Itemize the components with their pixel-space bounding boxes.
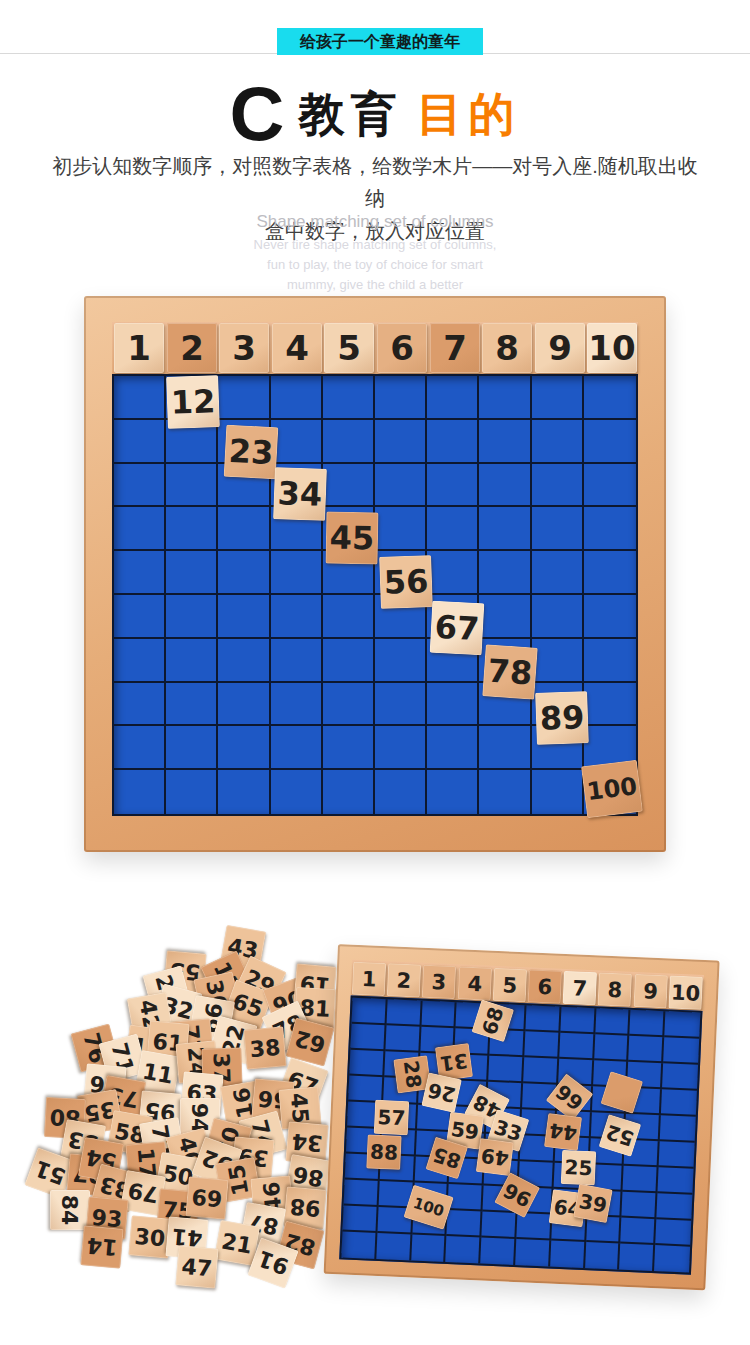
number-tile-7: 7	[563, 971, 597, 1005]
grid-cell	[523, 1057, 559, 1084]
grid-cell	[663, 1037, 699, 1064]
grid-cell	[352, 998, 388, 1025]
grid-cell	[619, 1244, 655, 1271]
number-tile-2: 2	[387, 963, 421, 997]
grid-cell	[386, 999, 422, 1026]
number-tile-8: 8	[598, 972, 632, 1006]
practice-board-inner: 12345678910 6831282648665759334452888549…	[339, 960, 704, 1275]
grid-cell	[349, 1050, 385, 1077]
grid-cell	[516, 1213, 552, 1240]
grid-cell	[585, 1242, 621, 1269]
grid-cell	[524, 1031, 560, 1058]
number-tile-88: 88	[366, 1134, 401, 1169]
grid-cell	[630, 1010, 666, 1037]
practice-hundred-board: 12345678910 6831282648665759334452888549…	[324, 944, 720, 1290]
grid-cell	[342, 1205, 378, 1232]
grid-cell	[550, 1241, 586, 1268]
grid-cell	[421, 1001, 457, 1028]
grid-cell	[654, 1245, 690, 1272]
grid-cell	[480, 1238, 516, 1265]
grid-cell	[447, 1210, 483, 1237]
grid-cell	[623, 1166, 659, 1193]
grid-cell	[658, 1167, 694, 1194]
grid-cell	[621, 1218, 657, 1245]
number-tile-47: 47	[175, 1245, 218, 1288]
grid-cell	[661, 1089, 697, 1116]
grid-cell	[341, 1231, 377, 1258]
grid-cell	[482, 1212, 518, 1239]
number-tile-57: 57	[374, 1100, 409, 1135]
number-tile-9: 9	[634, 974, 668, 1008]
grid-cell	[662, 1063, 698, 1090]
grid-cell	[411, 1235, 447, 1262]
grid-cell	[595, 1008, 631, 1035]
number-tile-3: 3	[422, 965, 456, 999]
grid-cell	[559, 1033, 595, 1060]
grid-cell	[515, 1239, 551, 1266]
grid-cell	[376, 1233, 412, 1260]
number-tile-69: 69	[185, 1176, 228, 1219]
grid-cell	[629, 1036, 665, 1063]
number-tile-1: 1	[352, 962, 386, 996]
grid-cell	[344, 1180, 380, 1207]
number-tile-10: 10	[669, 976, 703, 1010]
number-tile-6: 6	[528, 969, 562, 1003]
grid-cell	[488, 1056, 524, 1083]
number-tile-14: 14	[80, 1225, 123, 1268]
grid-cell	[660, 1115, 696, 1142]
grid-cell	[664, 1011, 700, 1038]
number-tile-44: 44	[544, 1113, 582, 1151]
grid-cell	[385, 1025, 421, 1052]
grid-cell	[656, 1193, 692, 1220]
number-tile-84: 84	[50, 1190, 90, 1230]
grid-cell	[594, 1034, 630, 1061]
number-tile-49: 49	[476, 1138, 514, 1176]
number-tile-5: 5	[493, 968, 527, 1002]
number-tile-26: 26	[421, 1072, 462, 1113]
number-tile-39: 39	[573, 1184, 613, 1224]
number-tile-4: 4	[458, 966, 492, 1000]
grid-cell	[525, 1005, 561, 1032]
grid-cell	[560, 1007, 596, 1034]
grid-cell	[659, 1141, 695, 1168]
grid-cell	[622, 1192, 658, 1219]
number-tile-25: 25	[561, 1150, 596, 1185]
grid-cell	[446, 1236, 482, 1263]
grid-cell	[350, 1024, 386, 1051]
practice-board-blue-grid: 683128264866575933445288854925961006439	[339, 996, 702, 1275]
number-tile-38: 38	[243, 1026, 286, 1069]
grid-cell	[655, 1219, 691, 1246]
